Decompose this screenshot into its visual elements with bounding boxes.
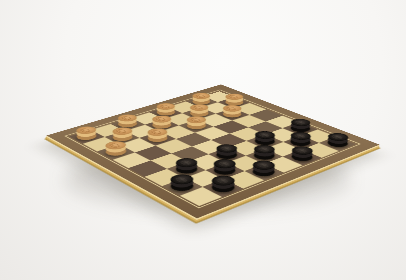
light-man-glyph: ⛀: [224, 105, 241, 111]
dark-man-glyph: ⛂: [255, 146, 274, 154]
dark-man-glyph: ⛂: [215, 160, 235, 168]
light-man-glyph: ⛀: [190, 104, 207, 110]
photo-background: ⛀⛂⛂⛀⛀⛂⛀⛂⛂⛀⛀⛂⛀⛂⛂⛀⛀⛂⛀⛂⛂⛀⛀⛂: [0, 0, 406, 280]
light-man-glyph: ⛀: [113, 128, 131, 135]
light-man-glyph: ⛀: [77, 127, 95, 134]
dark-man-glyph: ⛂: [176, 159, 196, 167]
light-man-glyph: ⛀: [148, 129, 166, 136]
dark-man-glyph: ⛂: [172, 175, 193, 184]
checkers-board: ⛀⛂⛂⛀⛀⛂⛀⛂⛂⛀⛀⛂⛀⛂⛂⛀⛀⛂⛀⛂⛂⛀⛀⛂: [46, 84, 379, 218]
light-man-glyph: ⛀: [106, 142, 125, 149]
light-man-glyph: ⛀: [187, 117, 205, 123]
light-man-glyph: ⛀: [226, 94, 243, 100]
dark-man-glyph: ⛂: [218, 145, 237, 153]
dark-man-glyph: ⛂: [292, 132, 310, 139]
light-piece[interactable]: ⛀: [144, 133, 172, 144]
dark-man-glyph: ⛂: [254, 161, 274, 169]
dark-piece[interactable]: ⛂: [287, 151, 317, 163]
dark-man-glyph: ⛂: [212, 176, 233, 185]
light-man-glyph: ⛀: [153, 116, 171, 122]
frame-inlay-line: ⛀⛂⛂⛀⛀⛂⛀⛂⛂⛀⛀⛂⛀⛂⛂⛀⛀⛂⛀⛂⛂⛀⛀⛂: [64, 90, 360, 208]
dark-man-glyph: ⛂: [256, 132, 274, 139]
dark-man-glyph: ⛂: [329, 133, 347, 140]
dark-man-glyph: ⛂: [293, 147, 312, 155]
dark-man-glyph: ⛂: [292, 119, 310, 126]
playing-area: ⛀⛂⛂⛀⛀⛂⛀⛂⛂⛀⛀⛂⛀⛂⛂⛀⛀⛂⛀⛂⛂⛀⛀⛂: [69, 91, 355, 205]
light-man-glyph: ⛀: [119, 115, 137, 121]
board-scene: ⛀⛂⛂⛀⛀⛂⛀⛂⛂⛀⛀⛂⛀⛂⛂⛀⛀⛂⛀⛂⛂⛀⛀⛂: [93, 22, 329, 258]
light-man-glyph: ⛀: [193, 93, 209, 99]
light-man-glyph: ⛀: [157, 104, 174, 110]
